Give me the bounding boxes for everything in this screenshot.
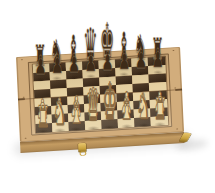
piece-white-king-e1[interactable]: ♚ (103, 79, 117, 128)
piece-black-pawn-d7[interactable]: ♟ (85, 50, 97, 76)
piece-white-knight-g1[interactable]: ♞ (137, 92, 150, 125)
piece-white-bishop-f1[interactable]: ♝ (120, 89, 133, 127)
piece-black-pawn-c7[interactable]: ♟ (68, 51, 80, 77)
piece-black-pawn-h7[interactable]: ♟ (152, 46, 164, 72)
product-photo[interactable]: ♜♞♝♛♚♝♞♜♟♟♟♟♟♟♟♟♟♟♟♟♟♟♟♟♜♞♝♛♚♝♞♜ (0, 0, 215, 193)
piece-white-rook-h1[interactable]: ♜ (154, 95, 167, 125)
piece-white-queen-d1[interactable]: ♛ (86, 84, 100, 129)
piece-black-pawn-g7[interactable]: ♟ (135, 47, 147, 73)
piece-white-rook-a1[interactable]: ♜ (36, 102, 49, 132)
piece-black-pawn-f7[interactable]: ♟ (118, 48, 130, 74)
piece-black-pawn-a7[interactable]: ♟ (34, 53, 46, 79)
pieces-layer: ♜♞♝♛♚♝♞♜♟♟♟♟♟♟♟♟♟♟♟♟♟♟♟♟♜♞♝♛♚♝♞♜ (0, 0, 215, 193)
piece-white-knight-b1[interactable]: ♞ (53, 98, 66, 131)
piece-black-pawn-b7[interactable]: ♟ (51, 52, 63, 78)
piece-white-bishop-c1[interactable]: ♝ (70, 92, 83, 130)
